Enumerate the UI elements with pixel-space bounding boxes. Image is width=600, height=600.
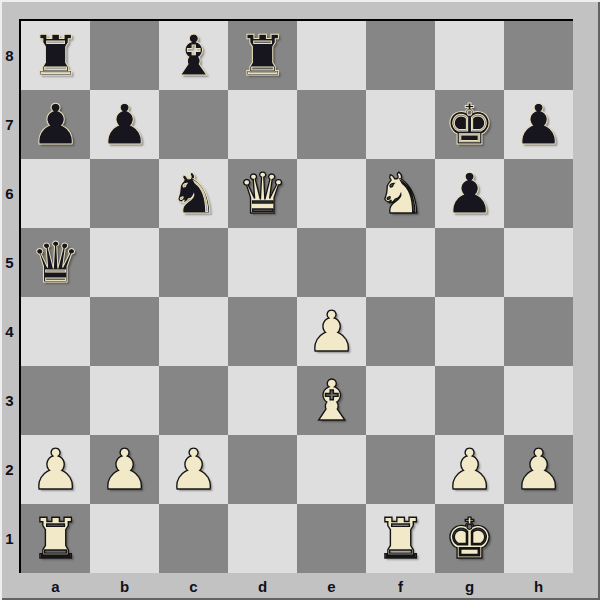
piece-white-pawn-c2[interactable]: ♟ xyxy=(168,442,218,498)
square-e2[interactable] xyxy=(297,435,366,504)
square-b8[interactable] xyxy=(90,21,159,90)
square-e6[interactable] xyxy=(297,159,366,228)
file-label-h: h xyxy=(504,575,573,597)
square-c7[interactable] xyxy=(159,90,228,159)
piece-white-pawn-b2[interactable]: ♟ xyxy=(99,442,149,498)
piece-white-queen-d6[interactable]: ♛ xyxy=(237,166,287,222)
square-h1[interactable] xyxy=(504,504,573,573)
square-h3[interactable] xyxy=(504,366,573,435)
square-d4[interactable] xyxy=(228,297,297,366)
square-g3[interactable] xyxy=(435,366,504,435)
square-a1[interactable]: ♜ xyxy=(21,504,90,573)
board-frame: 87654321 ♜♝♜♟♟♚♟♞♛♞♟♛♟♝♟♟♟♟♟♜♜♚ abcdefgh xyxy=(0,0,600,600)
square-f7[interactable] xyxy=(366,90,435,159)
square-d2[interactable] xyxy=(228,435,297,504)
square-e5[interactable] xyxy=(297,228,366,297)
piece-black-pawn-b7[interactable]: ♟ xyxy=(99,97,149,153)
piece-white-rook-a1[interactable]: ♜ xyxy=(30,511,80,567)
square-e3[interactable]: ♝ xyxy=(297,366,366,435)
square-d5[interactable] xyxy=(228,228,297,297)
square-e4[interactable]: ♟ xyxy=(297,297,366,366)
square-g1[interactable]: ♚ xyxy=(435,504,504,573)
square-c1[interactable] xyxy=(159,504,228,573)
piece-black-pawn-a7[interactable]: ♟ xyxy=(30,97,80,153)
piece-white-pawn-g2[interactable]: ♟ xyxy=(444,442,494,498)
square-f2[interactable] xyxy=(366,435,435,504)
square-b7[interactable]: ♟ xyxy=(90,90,159,159)
square-c2[interactable]: ♟ xyxy=(159,435,228,504)
file-label-a: a xyxy=(21,575,90,597)
piece-black-bishop-c8[interactable]: ♝ xyxy=(168,28,218,84)
file-label-b: b xyxy=(90,575,159,597)
square-d1[interactable] xyxy=(228,504,297,573)
rank-label-2: 2 xyxy=(0,435,19,504)
square-g5[interactable] xyxy=(435,228,504,297)
piece-white-rook-f1[interactable]: ♜ xyxy=(375,511,425,567)
square-d6[interactable]: ♛ xyxy=(228,159,297,228)
square-f4[interactable] xyxy=(366,297,435,366)
piece-black-queen-a5[interactable]: ♛ xyxy=(30,235,80,291)
piece-white-pawn-a2[interactable]: ♟ xyxy=(30,442,80,498)
square-g7[interactable]: ♚ xyxy=(435,90,504,159)
square-c5[interactable] xyxy=(159,228,228,297)
file-label-f: f xyxy=(366,575,435,597)
piece-black-pawn-g6[interactable]: ♟ xyxy=(444,166,494,222)
square-a4[interactable] xyxy=(21,297,90,366)
rank-label-3: 3 xyxy=(0,366,19,435)
square-b3[interactable] xyxy=(90,366,159,435)
rank-label-7: 7 xyxy=(0,90,19,159)
square-f8[interactable] xyxy=(366,21,435,90)
piece-white-king-g1[interactable]: ♚ xyxy=(444,511,494,567)
square-b6[interactable] xyxy=(90,159,159,228)
piece-black-king-g7[interactable]: ♚ xyxy=(444,97,494,153)
square-f1[interactable]: ♜ xyxy=(366,504,435,573)
square-e7[interactable] xyxy=(297,90,366,159)
square-a5[interactable]: ♛ xyxy=(21,228,90,297)
square-f5[interactable] xyxy=(366,228,435,297)
square-g8[interactable] xyxy=(435,21,504,90)
rank-label-6: 6 xyxy=(0,159,19,228)
square-a7[interactable]: ♟ xyxy=(21,90,90,159)
file-label-d: d xyxy=(228,575,297,597)
square-e1[interactable] xyxy=(297,504,366,573)
piece-white-pawn-e4[interactable]: ♟ xyxy=(306,304,356,360)
piece-black-rook-a8[interactable]: ♜ xyxy=(30,28,80,84)
rank-label-1: 1 xyxy=(0,504,19,573)
square-b1[interactable] xyxy=(90,504,159,573)
rank-labels: 87654321 xyxy=(0,21,19,573)
square-d7[interactable] xyxy=(228,90,297,159)
square-b4[interactable] xyxy=(90,297,159,366)
square-g6[interactable]: ♟ xyxy=(435,159,504,228)
rank-label-8: 8 xyxy=(0,21,19,90)
square-g2[interactable]: ♟ xyxy=(435,435,504,504)
piece-black-pawn-h7[interactable]: ♟ xyxy=(513,97,563,153)
piece-white-pawn-h2[interactable]: ♟ xyxy=(513,442,563,498)
square-h4[interactable] xyxy=(504,297,573,366)
square-b2[interactable]: ♟ xyxy=(90,435,159,504)
square-h5[interactable] xyxy=(504,228,573,297)
square-c8[interactable]: ♝ xyxy=(159,21,228,90)
piece-white-bishop-e3[interactable]: ♝ xyxy=(306,373,356,429)
piece-black-rook-d8[interactable]: ♜ xyxy=(237,28,287,84)
square-c4[interactable] xyxy=(159,297,228,366)
square-e8[interactable] xyxy=(297,21,366,90)
square-h7[interactable]: ♟ xyxy=(504,90,573,159)
piece-white-knight-f6[interactable]: ♞ xyxy=(375,166,425,222)
file-label-g: g xyxy=(435,575,504,597)
square-h6[interactable] xyxy=(504,159,573,228)
square-c6[interactable]: ♞ xyxy=(159,159,228,228)
square-f3[interactable] xyxy=(366,366,435,435)
piece-black-knight-c6[interactable]: ♞ xyxy=(168,166,218,222)
square-a6[interactable] xyxy=(21,159,90,228)
square-d3[interactable] xyxy=(228,366,297,435)
square-g4[interactable] xyxy=(435,297,504,366)
square-b5[interactable] xyxy=(90,228,159,297)
square-h8[interactable] xyxy=(504,21,573,90)
square-d8[interactable]: ♜ xyxy=(228,21,297,90)
file-labels: abcdefgh xyxy=(21,575,573,597)
square-a2[interactable]: ♟ xyxy=(21,435,90,504)
rank-label-5: 5 xyxy=(0,228,19,297)
board: ♜♝♜♟♟♚♟♞♛♞♟♛♟♝♟♟♟♟♟♜♜♚ xyxy=(19,19,573,573)
file-label-e: e xyxy=(297,575,366,597)
square-a8[interactable]: ♜ xyxy=(21,21,90,90)
square-f6[interactable]: ♞ xyxy=(366,159,435,228)
square-a3[interactable] xyxy=(21,366,90,435)
square-h2[interactable]: ♟ xyxy=(504,435,573,504)
square-c3[interactable] xyxy=(159,366,228,435)
rank-label-4: 4 xyxy=(0,297,19,366)
file-label-c: c xyxy=(159,575,228,597)
